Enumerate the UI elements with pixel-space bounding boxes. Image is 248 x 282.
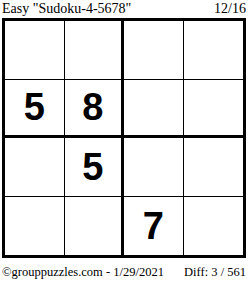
cell-r3c3[interactable] xyxy=(184,197,244,256)
progress-counter: 12/16 xyxy=(214,1,246,16)
puzzle-title: Easy "Sudoku-4-5678" xyxy=(2,1,131,16)
cell-r0c3[interactable] xyxy=(184,21,244,80)
copyright-text: ©grouppuzzles.com - 1/29/2021 xyxy=(2,265,164,279)
cell-r1c0[interactable]: 5 xyxy=(5,80,65,139)
cell-r3c0[interactable] xyxy=(5,197,65,256)
cell-r0c0[interactable] xyxy=(5,21,65,80)
header: Easy "Sudoku-4-5678" 12/16 xyxy=(0,0,248,17)
puzzle-page: Easy "Sudoku-4-5678" 12/16 5 8 5 7 ©grou… xyxy=(0,0,248,282)
cell-r2c1[interactable]: 5 xyxy=(65,138,125,197)
cell-r0c2[interactable] xyxy=(124,21,184,80)
cell-r2c0[interactable] xyxy=(5,138,65,197)
cell-r1c3[interactable] xyxy=(184,80,244,139)
cell-r0c1[interactable] xyxy=(65,21,125,80)
sudoku-board: 5 8 5 7 xyxy=(2,18,246,258)
cell-r3c2[interactable]: 7 xyxy=(124,197,184,256)
footer: ©grouppuzzles.com - 1/29/2021 Diff: 3 / … xyxy=(0,258,248,279)
cell-r1c2[interactable] xyxy=(124,80,184,139)
difficulty-text: Diff: 3 / 561 xyxy=(184,265,246,279)
cell-r3c1[interactable] xyxy=(65,197,125,256)
cell-r1c1[interactable]: 8 xyxy=(65,80,125,139)
cell-r2c2[interactable] xyxy=(124,138,184,197)
cell-r2c3[interactable] xyxy=(184,138,244,197)
